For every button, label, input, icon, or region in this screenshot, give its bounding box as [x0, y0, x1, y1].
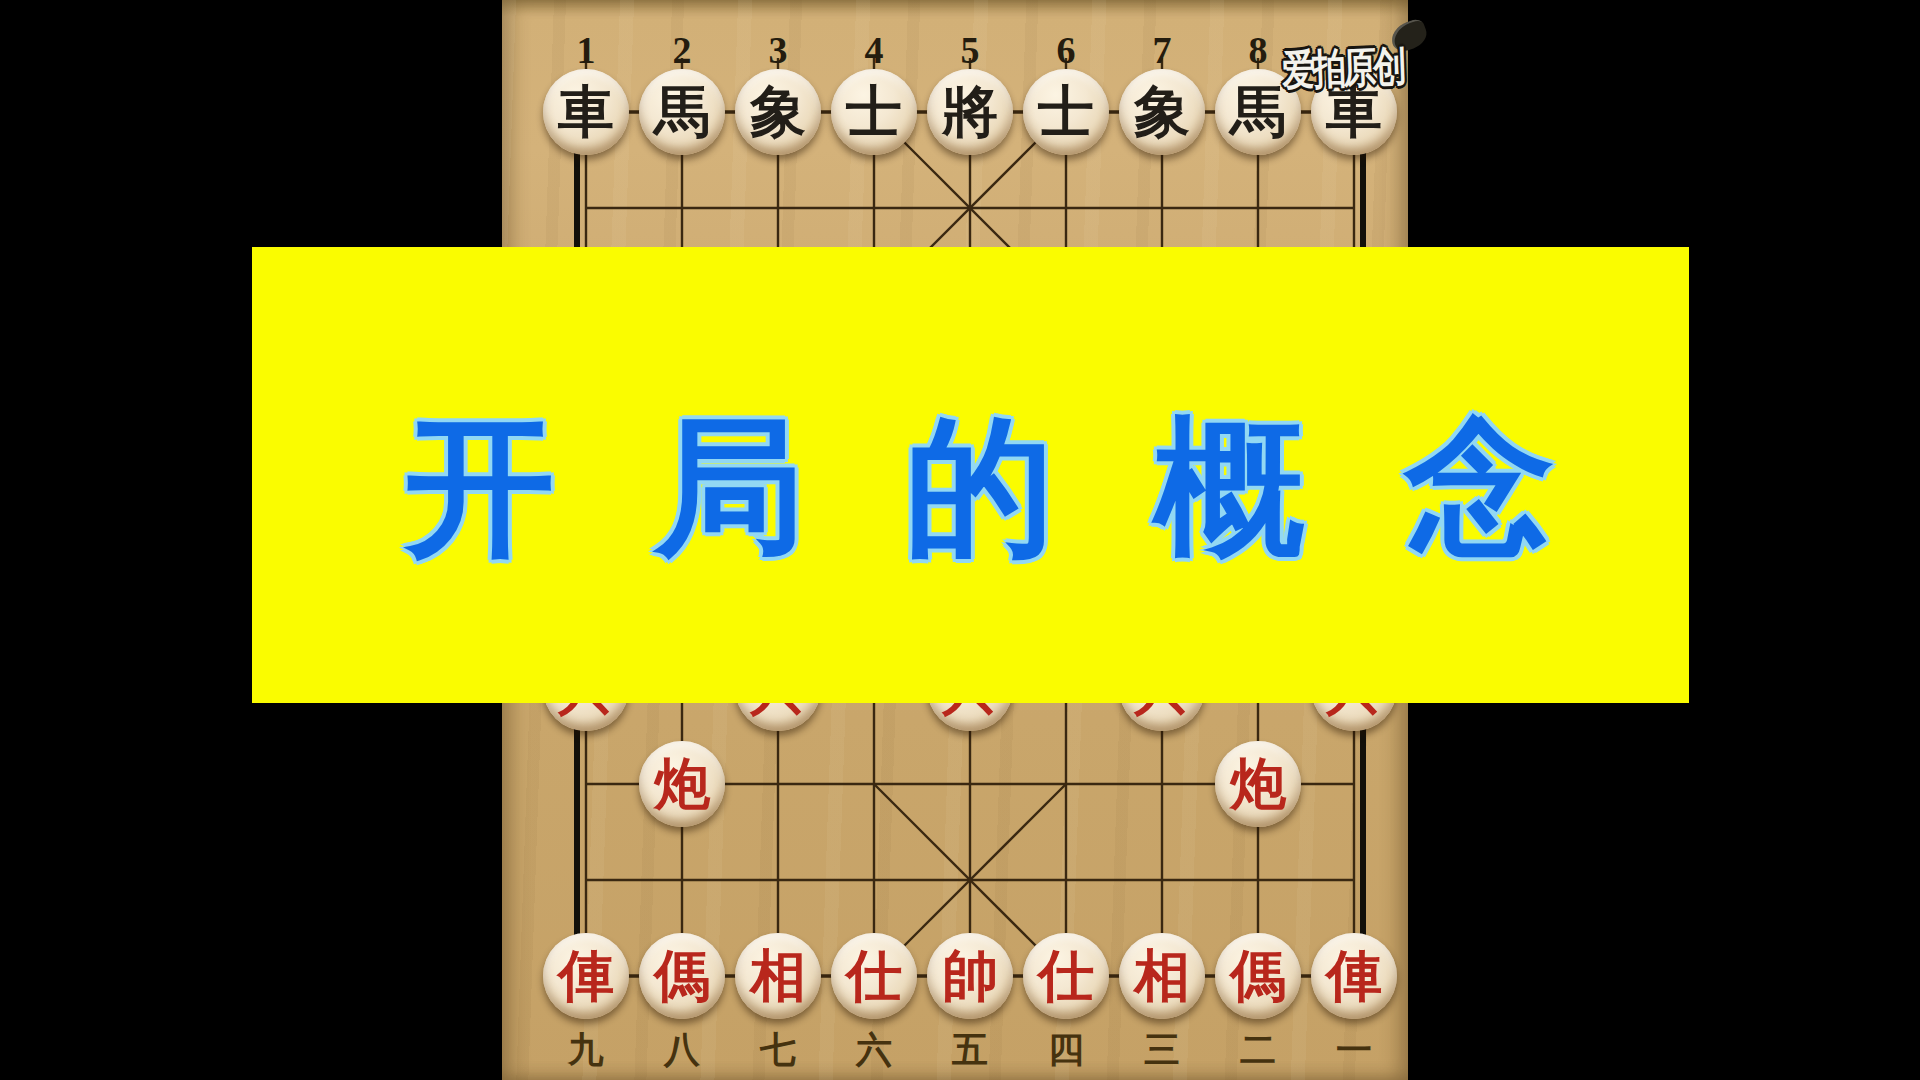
xiangqi-piece-red[interactable]: 帥 [927, 933, 1013, 1019]
xiangqi-piece-red[interactable]: 俥 [543, 933, 629, 1019]
xiangqi-piece-black[interactable]: 象 [1119, 69, 1205, 155]
xiangqi-piece-red[interactable]: 炮 [1215, 741, 1301, 827]
xiangqi-piece-black[interactable]: 士 [831, 69, 917, 155]
file-cjk-label: 八 [664, 1026, 700, 1075]
title-banner: 开局的概念 [252, 247, 1689, 703]
file-cjk-label: 一 [1336, 1026, 1372, 1075]
video-frame: 12345678九八七六五四三二一 車馬象士將士象馬車砲砲卒卒卒卒卒兵兵兵兵兵炮… [0, 0, 1920, 1080]
file-cjk-label: 七 [760, 1026, 796, 1075]
xiangqi-piece-red[interactable]: 傌 [1215, 933, 1301, 1019]
xiangqi-piece-red[interactable]: 仕 [1023, 933, 1109, 1019]
file-cjk-label: 二 [1240, 1026, 1276, 1075]
xiangqi-piece-black[interactable]: 將 [927, 69, 1013, 155]
xiangqi-piece-red[interactable]: 傌 [639, 933, 725, 1019]
xiangqi-piece-red[interactable]: 俥 [1311, 933, 1397, 1019]
xiangqi-piece-black[interactable]: 車 [543, 69, 629, 155]
watermark-logo: 爱拍原创 [1281, 37, 1435, 98]
xiangqi-piece-red[interactable]: 炮 [639, 741, 725, 827]
watermark-text: 爱拍原创 [1281, 38, 1404, 98]
xiangqi-piece-black[interactable]: 馬 [639, 69, 725, 155]
title-text: 开局的概念 [405, 412, 1655, 562]
file-cjk-label: 四 [1048, 1026, 1084, 1075]
xiangqi-piece-red[interactable]: 相 [1119, 933, 1205, 1019]
xiangqi-piece-black[interactable]: 士 [1023, 69, 1109, 155]
xiangqi-piece-black[interactable]: 象 [735, 69, 821, 155]
file-cjk-label: 五 [952, 1026, 988, 1075]
file-cjk-label: 六 [856, 1026, 892, 1075]
xiangqi-piece-red[interactable]: 仕 [831, 933, 917, 1019]
file-cjk-label: 九 [568, 1026, 604, 1075]
file-cjk-label: 三 [1144, 1026, 1180, 1075]
xiangqi-piece-red[interactable]: 相 [735, 933, 821, 1019]
